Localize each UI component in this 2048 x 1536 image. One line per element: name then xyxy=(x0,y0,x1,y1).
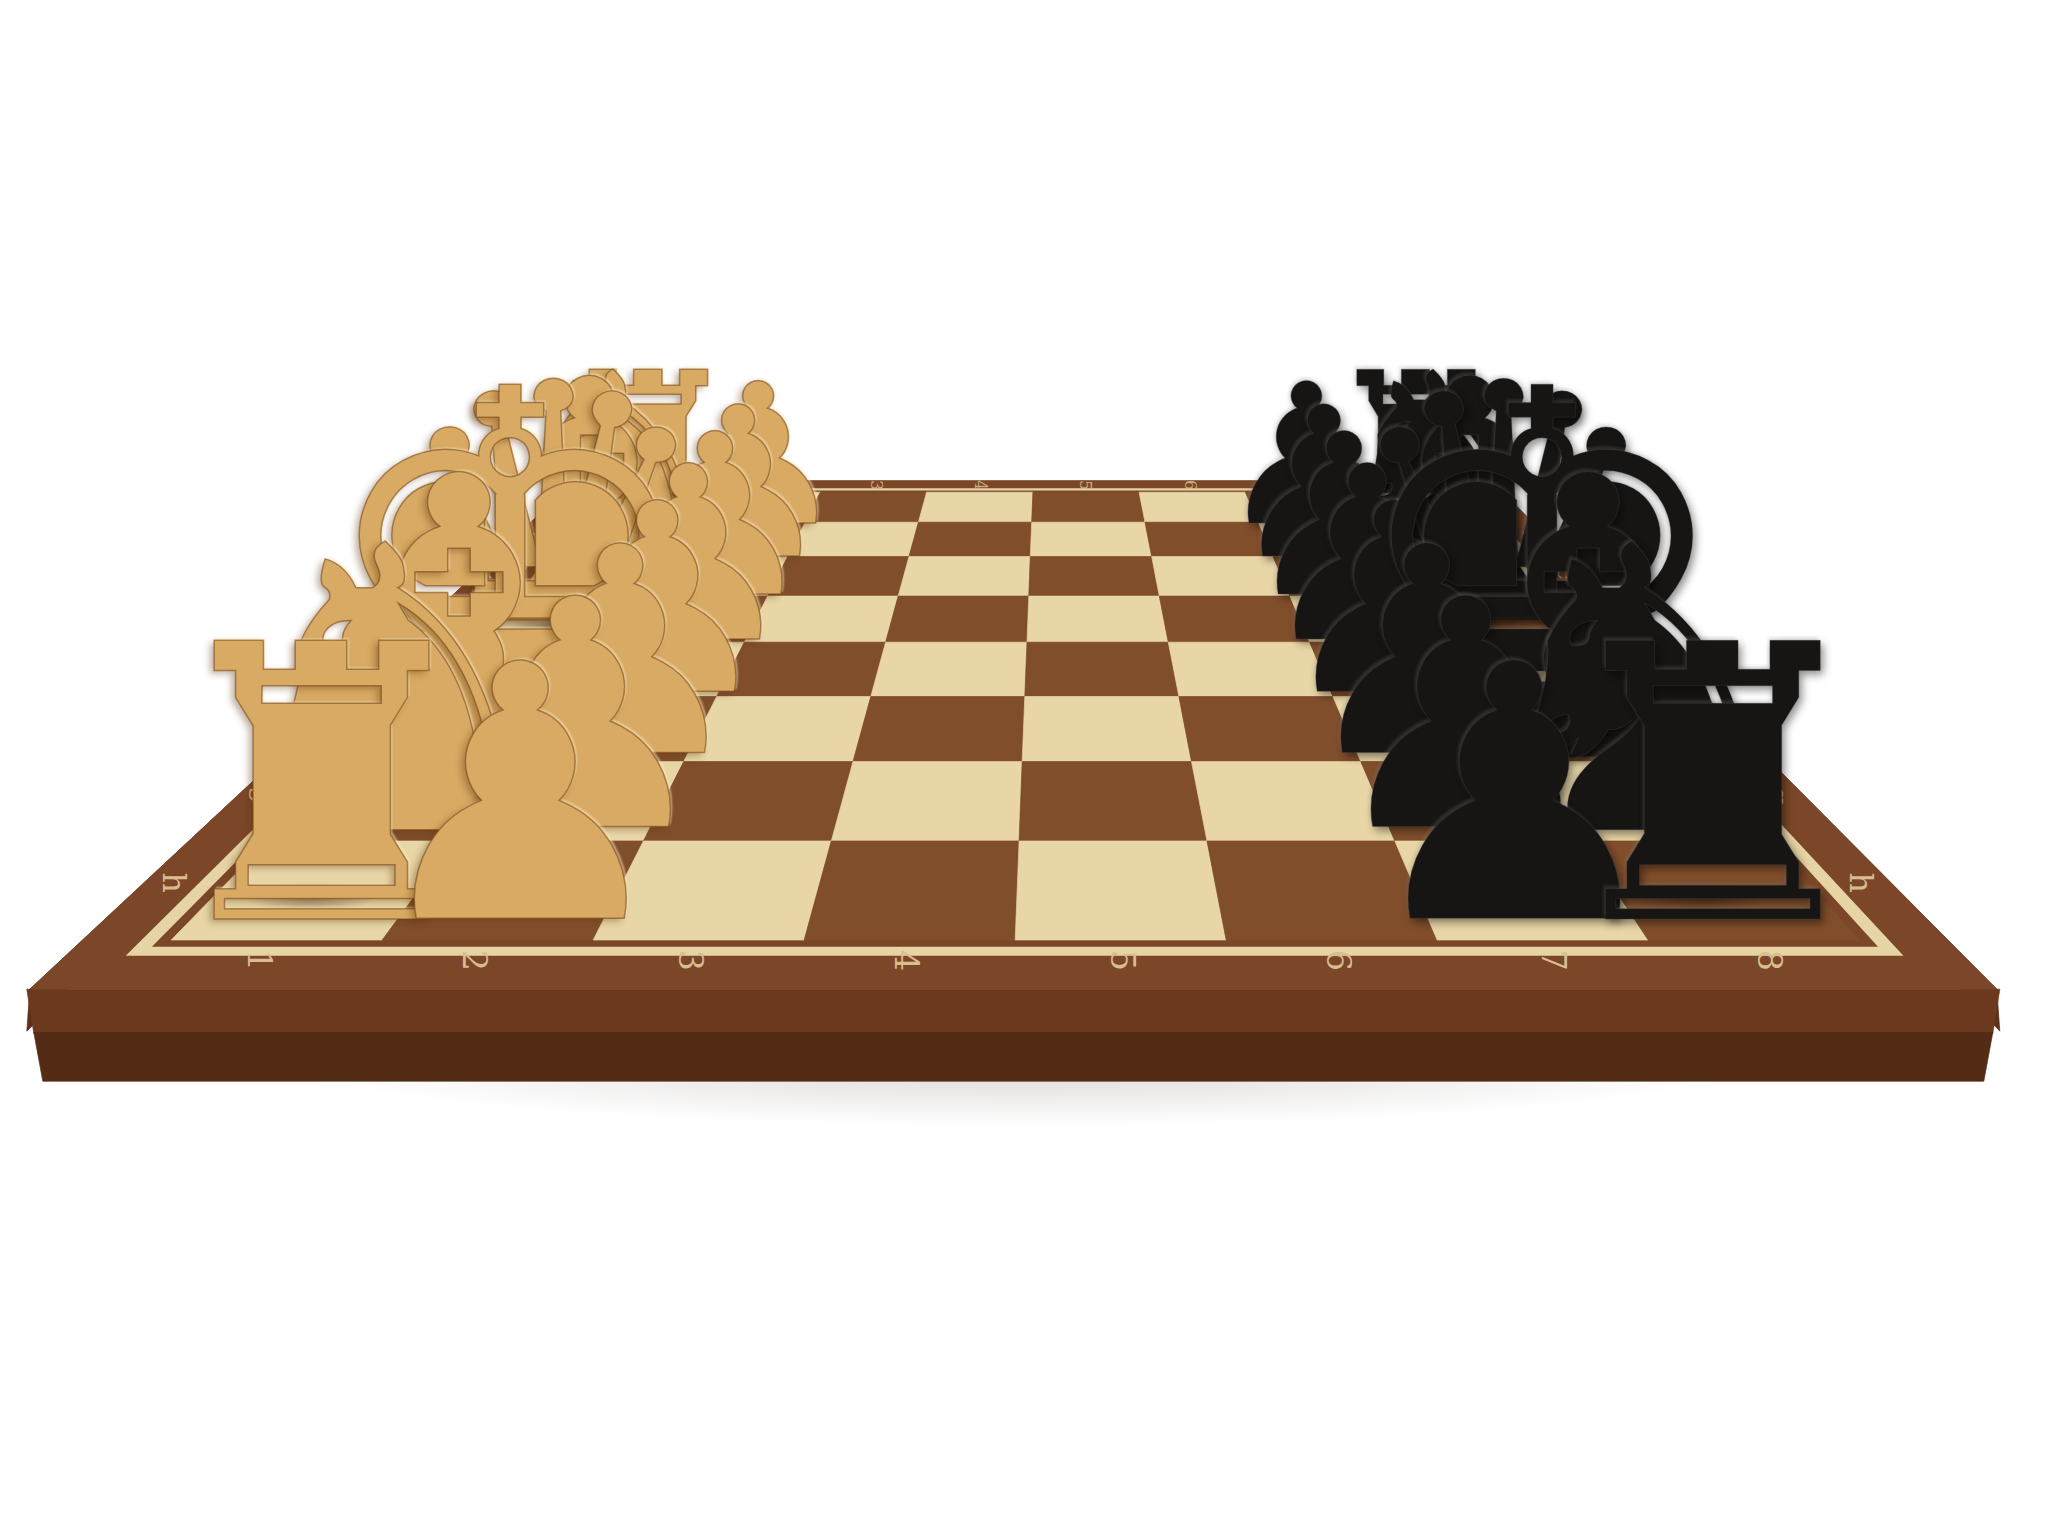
square-e4[interactable] xyxy=(871,642,1027,696)
board-front-face-lower xyxy=(34,1032,1993,1081)
square-e5[interactable] xyxy=(1025,642,1179,696)
square-f5[interactable] xyxy=(1022,697,1191,762)
rank-label-near-6: 6 xyxy=(1319,950,1358,971)
square-h5[interactable] xyxy=(1015,841,1226,940)
square-h4[interactable] xyxy=(804,841,1019,940)
rank-label-near-4: 4 xyxy=(887,950,926,971)
rank-label-far-6: 6 xyxy=(1181,480,1200,490)
rank-label-far-4: 4 xyxy=(971,480,990,490)
product-photo-canvas: 11hh22gg33ff44ee55dd66cc77bb88aa ♜♞♝♛♚♝♞… xyxy=(0,0,2048,1536)
square-c5[interactable] xyxy=(1029,557,1160,597)
square-b5[interactable] xyxy=(1030,522,1151,556)
piece-black-rook-h8[interactable]: ♜ xyxy=(1542,596,1884,978)
square-d4[interactable] xyxy=(886,596,1029,642)
rank-label-far-5: 5 xyxy=(1076,480,1095,490)
square-g5[interactable] xyxy=(1019,762,1207,841)
square-c4[interactable] xyxy=(898,557,1030,597)
square-a4[interactable] xyxy=(918,492,1033,522)
rank-label-near-5: 5 xyxy=(1103,950,1142,971)
square-b4[interactable] xyxy=(909,522,1032,556)
square-a5[interactable] xyxy=(1032,492,1145,522)
rank-label-far-3: 3 xyxy=(867,480,886,490)
square-g4[interactable] xyxy=(831,762,1022,841)
square-d5[interactable] xyxy=(1027,596,1168,642)
square-f4[interactable] xyxy=(853,697,1025,762)
piece-white-pawn-h2[interactable]: ♟ xyxy=(362,619,679,973)
